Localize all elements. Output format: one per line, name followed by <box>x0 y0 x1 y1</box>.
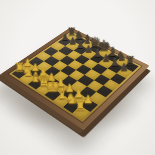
square-e8: ♚ <box>97 49 112 58</box>
board-perspective-wrap: ♜♞♝♛♚♝♞♜♟♟♟♟♟♟♟♟♟♟♟♟♟♟♟♟♜♞♝♛♚♝♞♜ <box>0 0 155 155</box>
square-d6 <box>75 54 90 64</box>
piece-black-pawn: ♟ <box>113 63 135 73</box>
piece-black-queen: ♛ <box>85 36 105 49</box>
square-d5 <box>68 60 84 70</box>
square-b5 <box>51 51 66 61</box>
square-a6 <box>51 42 66 51</box>
square-a7: ♟ <box>58 37 72 46</box>
piece-white-rook: ♜ <box>68 99 93 113</box>
piece-black-pawn: ♟ <box>70 41 91 50</box>
square-a4 <box>36 52 51 62</box>
square-e6 <box>83 59 98 69</box>
square-f8: ♝ <box>105 53 120 63</box>
square-c8: ♝ <box>80 40 94 49</box>
photo-backdrop: ♜♞♝♛♚♝♞♜♟♟♟♟♟♟♟♟♟♟♟♟♟♟♟♟♜♞♝♛♚♝♞♜ <box>0 0 155 155</box>
square-h1: ♜ <box>72 106 90 120</box>
square-f7: ♟ <box>99 58 114 68</box>
square-b8: ♞ <box>72 37 86 46</box>
piece-black-knight: ♞ <box>69 30 89 41</box>
piece-black-pawn: ♟ <box>62 37 82 46</box>
square-e7: ♟ <box>90 54 105 64</box>
square-d7: ♟ <box>82 49 97 59</box>
square-c5 <box>59 55 74 65</box>
brass-trim: ♜♞♝♛♚♝♞♜♟♟♟♟♟♟♟♟♟♟♟♟♟♟♟♟♜♞♝♛♚♝♞♜ <box>9 31 141 122</box>
square-a5 <box>44 47 59 56</box>
piece-black-bishop: ♝ <box>77 33 97 45</box>
square-a8: ♜ <box>65 33 79 41</box>
piece-black-pawn: ♟ <box>87 49 108 59</box>
piece-black-bishop: ♝ <box>102 45 123 57</box>
square-b7: ♟ <box>66 41 81 50</box>
wooden-frame: ♜♞♝♛♚♝♞♜♟♟♟♟♟♟♟♟♟♟♟♟♟♟♟♟♜♞♝♛♚♝♞♜ <box>0 27 149 130</box>
piece-black-pawn: ♟ <box>55 33 75 42</box>
piece-black-rook: ♜ <box>62 27 82 38</box>
square-c7: ♟ <box>74 45 89 54</box>
square-c6 <box>67 50 82 60</box>
chess-board-assembly: ♜♞♝♛♚♝♞♜♟♟♟♟♟♟♟♟♟♟♟♟♟♟♟♟♜♞♝♛♚♝♞♜ <box>0 27 149 130</box>
piece-black-pawn: ♟ <box>78 45 99 54</box>
piece-black-king: ♚ <box>93 38 114 53</box>
square-d8: ♛ <box>88 44 103 53</box>
chess-board: ♜♞♝♛♚♝♞♜♟♟♟♟♟♟♟♟♟♟♟♟♟♟♟♟♜♞♝♛♚♝♞♜ <box>12 33 139 120</box>
square-b6 <box>59 46 74 55</box>
